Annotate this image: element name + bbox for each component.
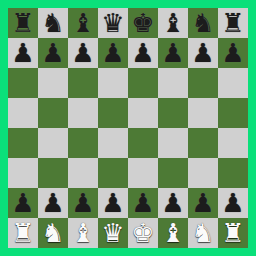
square-a3[interactable]: [8, 158, 38, 188]
white-bishop-c1: ♝: [71, 218, 94, 248]
square-g6[interactable]: [188, 68, 218, 98]
chess-board: ♜♞♝♛♚♝♞♜♟♟♟♟♟♟♟♟♟♟♟♟♟♟♟♟♜♞♝♛♚♝♞♜: [8, 8, 248, 248]
square-h6[interactable]: [218, 68, 248, 98]
square-d4[interactable]: [98, 128, 128, 158]
square-h3[interactable]: [218, 158, 248, 188]
square-d8[interactable]: ♛: [98, 8, 128, 38]
square-b3[interactable]: [38, 158, 68, 188]
black-bishop-c8: ♝: [71, 8, 94, 38]
square-c1[interactable]: ♝: [68, 218, 98, 248]
black-pawn-b7: ♟: [41, 38, 64, 68]
black-rook-h8: ♜: [221, 8, 244, 38]
square-d3[interactable]: [98, 158, 128, 188]
black-pawn-h7: ♟: [221, 38, 244, 68]
black-rook-a8: ♜: [11, 8, 34, 38]
black-queen-d8: ♛: [101, 8, 124, 38]
square-f3[interactable]: [158, 158, 188, 188]
square-f8[interactable]: ♝: [158, 8, 188, 38]
square-g4[interactable]: [188, 128, 218, 158]
square-b5[interactable]: [38, 98, 68, 128]
white-king-e1: ♚: [131, 218, 154, 248]
square-a5[interactable]: [8, 98, 38, 128]
square-b8[interactable]: ♞: [38, 8, 68, 38]
square-c2[interactable]: ♟: [68, 188, 98, 218]
black-pawn-f2: ♟: [161, 188, 184, 218]
square-b2[interactable]: ♟: [38, 188, 68, 218]
white-knight-b1: ♞: [41, 218, 64, 248]
square-b6[interactable]: [38, 68, 68, 98]
square-e3[interactable]: [128, 158, 158, 188]
black-pawn-e2: ♟: [131, 188, 154, 218]
square-d5[interactable]: [98, 98, 128, 128]
square-d2[interactable]: ♟: [98, 188, 128, 218]
black-pawn-c7: ♟: [71, 38, 94, 68]
white-rook-h1: ♜: [221, 218, 244, 248]
square-f1[interactable]: ♝: [158, 218, 188, 248]
square-b1[interactable]: ♞: [38, 218, 68, 248]
square-h5[interactable]: [218, 98, 248, 128]
square-e6[interactable]: [128, 68, 158, 98]
square-h2[interactable]: ♟: [218, 188, 248, 218]
square-c3[interactable]: [68, 158, 98, 188]
square-e4[interactable]: [128, 128, 158, 158]
square-f4[interactable]: [158, 128, 188, 158]
black-pawn-d2: ♟: [101, 188, 124, 218]
white-knight-g1: ♞: [191, 218, 214, 248]
square-e2[interactable]: ♟: [128, 188, 158, 218]
square-a7[interactable]: ♟: [8, 38, 38, 68]
square-e5[interactable]: [128, 98, 158, 128]
square-c6[interactable]: [68, 68, 98, 98]
black-pawn-a2: ♟: [11, 188, 34, 218]
square-e7[interactable]: ♟: [128, 38, 158, 68]
square-a6[interactable]: [8, 68, 38, 98]
square-c4[interactable]: [68, 128, 98, 158]
square-g3[interactable]: [188, 158, 218, 188]
square-f6[interactable]: [158, 68, 188, 98]
black-king-e8: ♚: [131, 8, 154, 38]
black-knight-b8: ♞: [41, 8, 64, 38]
black-pawn-g2: ♟: [191, 188, 214, 218]
square-h8[interactable]: ♜: [218, 8, 248, 38]
square-d6[interactable]: [98, 68, 128, 98]
square-b4[interactable]: [38, 128, 68, 158]
square-c5[interactable]: [68, 98, 98, 128]
square-a4[interactable]: [8, 128, 38, 158]
board-frame: ♜♞♝♛♚♝♞♜♟♟♟♟♟♟♟♟♟♟♟♟♟♟♟♟♜♞♝♛♚♝♞♜: [0, 0, 256, 256]
square-c7[interactable]: ♟: [68, 38, 98, 68]
square-e1[interactable]: ♚: [128, 218, 158, 248]
black-knight-g8: ♞: [191, 8, 214, 38]
square-a2[interactable]: ♟: [8, 188, 38, 218]
black-bishop-f8: ♝: [161, 8, 184, 38]
black-pawn-g7: ♟: [191, 38, 214, 68]
square-d7[interactable]: ♟: [98, 38, 128, 68]
white-rook-a1: ♜: [11, 218, 34, 248]
square-e8[interactable]: ♚: [128, 8, 158, 38]
square-f2[interactable]: ♟: [158, 188, 188, 218]
square-a1[interactable]: ♜: [8, 218, 38, 248]
black-pawn-e7: ♟: [131, 38, 154, 68]
square-h7[interactable]: ♟: [218, 38, 248, 68]
white-bishop-f1: ♝: [161, 218, 184, 248]
square-f5[interactable]: [158, 98, 188, 128]
square-b7[interactable]: ♟: [38, 38, 68, 68]
white-queen-d1: ♛: [101, 218, 124, 248]
square-h4[interactable]: [218, 128, 248, 158]
black-pawn-h2: ♟: [221, 188, 244, 218]
square-f7[interactable]: ♟: [158, 38, 188, 68]
square-g8[interactable]: ♞: [188, 8, 218, 38]
square-h1[interactable]: ♜: [218, 218, 248, 248]
black-pawn-c2: ♟: [71, 188, 94, 218]
black-pawn-d7: ♟: [101, 38, 124, 68]
black-pawn-a7: ♟: [11, 38, 34, 68]
square-g2[interactable]: ♟: [188, 188, 218, 218]
square-g7[interactable]: ♟: [188, 38, 218, 68]
square-d1[interactable]: ♛: [98, 218, 128, 248]
black-pawn-b2: ♟: [41, 188, 64, 218]
black-pawn-f7: ♟: [161, 38, 184, 68]
square-g5[interactable]: [188, 98, 218, 128]
square-g1[interactable]: ♞: [188, 218, 218, 248]
square-c8[interactable]: ♝: [68, 8, 98, 38]
square-a8[interactable]: ♜: [8, 8, 38, 38]
